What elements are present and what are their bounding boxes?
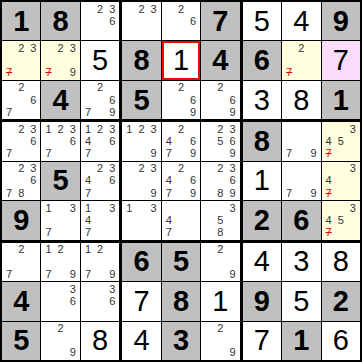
candidate-3: 3: [27, 123, 39, 135]
candidates-grid: 23689: [201, 162, 239, 200]
empty-candidate-slot: [335, 187, 347, 199]
cell-r8c5[interactable]: 8: [162, 282, 200, 320]
cell-r3c9[interactable]: 1: [322, 81, 360, 119]
given-digit: 8: [254, 127, 270, 156]
empty-candidate-slot: [15, 135, 27, 147]
cell-r3c6[interactable]: 269: [201, 81, 239, 119]
cell-r3c3[interactable]: 2679: [81, 81, 119, 119]
cell-r8c4[interactable]: 7: [122, 282, 160, 320]
candidates-grid: 3457: [322, 201, 360, 239]
candidate-7: 7: [3, 106, 15, 118]
candidate-5: 5: [335, 214, 347, 226]
sudoku-box-1: 182362372379526742679: [2, 2, 119, 119]
empty-candidate-slot: [347, 148, 359, 160]
cell-r8c8[interactable]: 5: [282, 282, 320, 320]
empty-candidate-slot: [15, 94, 27, 106]
cell-r7c9[interactable]: 8: [322, 243, 360, 281]
candidate-3: 3: [27, 163, 39, 175]
candidate-9: 9: [307, 187, 319, 199]
empty-candidate-slot: [148, 175, 160, 187]
empty-candidate-slot: [163, 202, 175, 214]
empty-candidate-slot: [123, 148, 135, 160]
empty-candidate-slot: [135, 187, 147, 199]
entered-digit: 3: [293, 247, 309, 276]
empty-candidate-slot: [148, 15, 160, 27]
candidate-3: 3: [106, 283, 118, 295]
cell-r9c1[interactable]: 5: [2, 322, 40, 360]
cell-r2c1[interactable]: 237: [2, 41, 40, 79]
candidate-2: 2: [135, 3, 147, 15]
candidate-4: 4: [82, 175, 94, 187]
cell-r4c8[interactable]: 79: [282, 122, 320, 160]
empty-candidate-slot: [187, 202, 199, 214]
empty-candidate-slot: [67, 335, 79, 347]
candidate-1: 1: [42, 202, 54, 214]
cell-r3c8[interactable]: 8: [282, 81, 320, 119]
candidates-grid: 2379: [41, 41, 79, 79]
given-digit: 9: [13, 206, 29, 235]
candidate-9: 9: [226, 187, 238, 199]
cell-r8c3[interactable]: 36: [81, 282, 119, 320]
empty-candidate-slot: [226, 82, 238, 94]
empty-candidate-slot: [67, 323, 79, 335]
entered-digit: 3: [254, 86, 270, 115]
cell-r8c1[interactable]: 4: [2, 282, 40, 320]
empty-candidate-slot: [27, 244, 39, 256]
empty-candidate-slot: [15, 148, 27, 160]
empty-candidate-slot: [202, 244, 214, 256]
candidate-4: 4: [163, 175, 175, 187]
empty-candidate-slot: [94, 214, 106, 226]
cell-r5c1[interactable]: 23678: [2, 162, 40, 200]
cell-r7c1[interactable]: 27: [2, 243, 40, 281]
cell-r6c8[interactable]: 6: [282, 201, 320, 239]
given-digit: 7: [212, 7, 228, 36]
candidate-2: 2: [135, 163, 147, 175]
empty-candidate-slot: [94, 268, 106, 280]
empty-candidate-slot: [175, 202, 187, 214]
empty-candidate-slot: [123, 163, 135, 175]
cell-r5c6[interactable]: 23689: [201, 162, 239, 200]
cell-r4c9[interactable]: 3457: [322, 122, 360, 160]
empty-candidate-slot: [226, 226, 238, 238]
empty-candidate-slot: [135, 175, 147, 187]
cell-r2c4[interactable]: 8: [122, 41, 160, 79]
cell-r4c7[interactable]: 8: [243, 122, 281, 160]
empty-candidate-slot: [295, 187, 307, 199]
cell-r1c5[interactable]: 26: [162, 2, 200, 40]
cell-r7c4[interactable]: 6: [122, 243, 160, 281]
sudoku-box-4: 2367123671234672367852346791371347: [2, 122, 119, 239]
cell-r9c3[interactable]: 8: [81, 322, 119, 360]
cell-r2c8[interactable]: 27: [282, 41, 320, 79]
empty-candidate-slot: [295, 163, 307, 175]
candidates-grid: 1347: [81, 201, 119, 239]
candidates-grid: 347: [322, 162, 360, 200]
given-digit: 1: [293, 326, 309, 355]
empty-candidate-slot: [347, 175, 359, 187]
cell-r1c9[interactable]: 9: [322, 2, 360, 40]
sudoku-box-7: 2712791279436365298: [2, 243, 119, 360]
candidate-2: 2: [214, 244, 226, 256]
entered-digit: 4: [254, 247, 270, 276]
given-digit: 3: [173, 326, 189, 355]
cell-r2c2[interactable]: 2379: [41, 41, 79, 79]
cell-r5c8[interactable]: 79: [282, 162, 320, 200]
candidate-2: 2: [55, 244, 67, 256]
empty-candidate-slot: [163, 94, 175, 106]
cell-r4c6[interactable]: 23569: [201, 122, 239, 160]
entered-digit: 7: [333, 46, 349, 75]
empty-candidate-slot: [187, 82, 199, 94]
candidates-grid: 36: [81, 282, 119, 320]
candidate-9: 9: [307, 148, 319, 160]
cell-r5c2[interactable]: 5: [41, 162, 79, 200]
empty-candidate-slot: [82, 163, 94, 175]
empty-candidate-slot: [187, 214, 199, 226]
candidate-3: 3: [27, 42, 39, 54]
candidate-9: 9: [226, 106, 238, 118]
cell-r4c1[interactable]: 2367: [2, 122, 40, 160]
empty-candidate-slot: [202, 94, 214, 106]
candidates-grid: 27: [2, 243, 40, 281]
empty-candidate-slot: [335, 202, 347, 214]
empty-candidate-slot: [214, 335, 226, 347]
cell-r2c3[interactable]: 5: [81, 41, 119, 79]
empty-candidate-slot: [214, 347, 226, 359]
empty-candidate-slot: [3, 175, 15, 187]
empty-candidate-slot: [55, 214, 67, 226]
empty-candidate-slot: [295, 135, 307, 147]
empty-candidate-slot: [347, 135, 359, 147]
eliminated-candidate-7: 7: [283, 67, 295, 79]
cell-r3c5[interactable]: 269: [162, 81, 200, 119]
eliminated-candidate-7: 7: [3, 67, 15, 79]
empty-candidate-slot: [15, 55, 27, 67]
empty-candidate-slot: [202, 135, 214, 147]
candidate-3: 3: [67, 202, 79, 214]
empty-candidate-slot: [335, 175, 347, 187]
cell-r5c9[interactable]: 347: [322, 162, 360, 200]
candidate-2: 2: [175, 3, 187, 15]
empty-candidate-slot: [295, 123, 307, 135]
empty-candidate-slot: [42, 214, 54, 226]
cell-r9c9[interactable]: 6: [322, 322, 360, 360]
empty-candidate-slot: [106, 244, 118, 256]
candidate-6: 6: [106, 295, 118, 307]
empty-candidate-slot: [202, 202, 214, 214]
empty-candidate-slot: [163, 3, 175, 15]
cell-r3c4[interactable]: 5: [122, 81, 160, 119]
empty-candidate-slot: [106, 307, 118, 319]
cell-r1c7[interactable]: 5: [243, 2, 281, 40]
candidate-2: 2: [214, 82, 226, 94]
candidate-7: 7: [42, 226, 54, 238]
cell-r6c5[interactable]: 47: [162, 201, 200, 239]
empty-candidate-slot: [42, 283, 54, 295]
candidates-grid: 79: [282, 162, 320, 200]
empty-candidate-slot: [214, 106, 226, 118]
entered-digit: 8: [293, 86, 309, 115]
cell-r2c7[interactable]: 6: [243, 41, 281, 79]
cell-r1c8[interactable]: 4: [282, 2, 320, 40]
candidates-grid: 269: [201, 81, 239, 119]
cell-r8c6[interactable]: 1: [201, 282, 239, 320]
empty-candidate-slot: [42, 347, 54, 359]
candidate-9: 9: [148, 148, 160, 160]
cell-r8c9[interactable]: 2: [322, 282, 360, 320]
empty-candidate-slot: [3, 135, 15, 147]
empty-candidate-slot: [202, 323, 214, 335]
cell-r4c5[interactable]: 24679: [162, 122, 200, 160]
cell-r6c2[interactable]: 137: [41, 201, 79, 239]
cell-r5c5[interactable]: 24679: [162, 162, 200, 200]
empty-candidate-slot: [283, 42, 295, 54]
candidate-6: 6: [106, 94, 118, 106]
cell-r6c7[interactable]: 2: [243, 201, 281, 239]
empty-candidate-slot: [226, 335, 238, 347]
candidate-7: 7: [42, 268, 54, 280]
empty-candidate-slot: [283, 163, 295, 175]
cell-r7c3[interactable]: 1279: [81, 243, 119, 281]
empty-candidate-slot: [202, 187, 214, 199]
empty-candidate-slot: [123, 214, 135, 226]
cell-r6c9[interactable]: 3457: [322, 201, 360, 239]
candidate-6: 6: [187, 175, 199, 187]
cell-r4c2[interactable]: 12367: [41, 122, 79, 160]
candidate-2: 2: [214, 163, 226, 175]
candidate-9: 9: [67, 268, 79, 280]
cell-r5c4[interactable]: 239: [122, 162, 160, 200]
cell-r8c2[interactable]: 36: [41, 282, 79, 320]
candidate-9: 9: [226, 268, 238, 280]
empty-candidate-slot: [335, 226, 347, 238]
candidate-3: 3: [67, 123, 79, 135]
empty-candidate-slot: [187, 27, 199, 39]
empty-candidate-slot: [82, 283, 94, 295]
cell-r7c8[interactable]: 3: [282, 243, 320, 281]
cell-r1c2[interactable]: 8: [41, 2, 79, 40]
candidate-2: 2: [295, 42, 307, 54]
empty-candidate-slot: [106, 256, 118, 268]
candidate-9: 9: [67, 67, 79, 79]
candidate-4: 4: [323, 135, 335, 147]
empty-candidate-slot: [15, 175, 27, 187]
empty-candidate-slot: [67, 307, 79, 319]
entered-digit: 8: [333, 247, 349, 276]
candidates-grid: 1239: [122, 122, 160, 160]
entered-digit: 1: [212, 287, 228, 316]
candidates-grid: 27: [282, 41, 320, 79]
cell-r9c4[interactable]: 4: [122, 322, 160, 360]
empty-candidate-slot: [323, 123, 335, 135]
candidate-7: 7: [82, 187, 94, 199]
given-digit: 5: [173, 247, 189, 276]
cell-r5c7[interactable]: 1: [243, 162, 281, 200]
empty-candidate-slot: [82, 307, 94, 319]
empty-candidate-slot: [94, 106, 106, 118]
candidates-grid: 237: [2, 41, 40, 79]
candidate-7: 7: [283, 148, 295, 160]
given-digit: 1: [333, 86, 349, 115]
candidate-3: 3: [67, 283, 79, 295]
empty-candidate-slot: [175, 94, 187, 106]
cell-r6c4[interactable]: 13: [122, 201, 160, 239]
candidate-5: 5: [335, 135, 347, 147]
candidate-7: 7: [163, 226, 175, 238]
cell-r2c6[interactable]: 4: [201, 41, 239, 79]
empty-candidate-slot: [163, 82, 175, 94]
empty-candidate-slot: [15, 268, 27, 280]
empty-candidate-slot: [347, 226, 359, 238]
empty-candidate-slot: [82, 3, 94, 15]
cell-r7c5[interactable]: 5: [162, 243, 200, 281]
cell-r5c3[interactable]: 23467: [81, 162, 119, 200]
empty-candidate-slot: [202, 335, 214, 347]
cell-r1c6[interactable]: 7: [201, 2, 239, 40]
candidate-6: 6: [106, 15, 118, 27]
candidate-4: 4: [323, 175, 335, 187]
candidate-3: 3: [148, 163, 160, 175]
candidates-grid: 47: [162, 201, 200, 239]
empty-candidate-slot: [202, 226, 214, 238]
cell-r9c8[interactable]: 1: [282, 322, 320, 360]
cell-r9c6[interactable]: 29: [201, 322, 239, 360]
empty-candidate-slot: [55, 135, 67, 147]
given-digit: 9: [333, 7, 349, 36]
cell-r7c6[interactable]: 29: [201, 243, 239, 281]
empty-candidate-slot: [42, 135, 54, 147]
empty-candidate-slot: [295, 148, 307, 160]
candidates-grid: 2367: [2, 122, 40, 160]
entered-digit: 6: [333, 326, 349, 355]
cell-r9c5[interactable]: 3: [162, 322, 200, 360]
cell-r4c3[interactable]: 123467: [81, 122, 119, 160]
candidate-1: 1: [82, 202, 94, 214]
given-digit: 5: [133, 86, 149, 115]
empty-candidate-slot: [295, 67, 307, 79]
empty-candidate-slot: [27, 67, 39, 79]
empty-candidate-slot: [226, 244, 238, 256]
cell-r1c4[interactable]: 23: [122, 2, 160, 40]
candidate-2: 2: [175, 123, 187, 135]
empty-candidate-slot: [3, 163, 15, 175]
empty-candidate-slot: [163, 106, 175, 118]
candidates-grid: 137: [41, 201, 79, 239]
cell-r9c2[interactable]: 29: [41, 322, 79, 360]
entered-digit: 5: [254, 7, 270, 36]
empty-candidate-slot: [202, 175, 214, 187]
empty-candidate-slot: [135, 135, 147, 147]
cell-r2c9[interactable]: 7: [322, 41, 360, 79]
candidate-2: 2: [175, 82, 187, 94]
empty-candidate-slot: [187, 163, 199, 175]
empty-candidate-slot: [347, 214, 359, 226]
empty-candidate-slot: [106, 214, 118, 226]
candidate-6: 6: [226, 135, 238, 147]
empty-candidate-slot: [3, 82, 15, 94]
cell-r1c3[interactable]: 236: [81, 2, 119, 40]
empty-candidate-slot: [175, 214, 187, 226]
empty-candidate-slot: [187, 123, 199, 135]
candidates-grid: 24679: [162, 122, 200, 160]
candidate-2: 2: [94, 244, 106, 256]
empty-candidate-slot: [94, 226, 106, 238]
empty-candidate-slot: [335, 163, 347, 175]
cell-r8c7[interactable]: 9: [243, 282, 281, 320]
empty-candidate-slot: [94, 295, 106, 307]
candidate-7: 7: [163, 148, 175, 160]
cell-r6c1[interactable]: 9: [2, 201, 40, 239]
cell-r4c4[interactable]: 1239: [122, 122, 160, 160]
candidate-6: 6: [187, 94, 199, 106]
empty-candidate-slot: [106, 148, 118, 160]
cell-r1c1[interactable]: 1: [2, 2, 40, 40]
candidate-2: 2: [175, 163, 187, 175]
empty-candidate-slot: [307, 175, 319, 187]
candidate-8: 8: [214, 187, 226, 199]
eliminated-candidate-7: 7: [323, 226, 335, 238]
cell-r9c7[interactable]: 7: [243, 322, 281, 360]
empty-candidate-slot: [163, 163, 175, 175]
sudoku-board: 1823623723795267426792326781452692695496…: [0, 0, 362, 362]
entered-digit: 4: [133, 326, 149, 355]
candidate-3: 3: [148, 202, 160, 214]
candidate-6: 6: [226, 175, 238, 187]
sudoku-box-2: 232678145269269: [122, 2, 239, 119]
cell-r7c2[interactable]: 1279: [41, 243, 79, 281]
candidate-9: 9: [187, 106, 199, 118]
empty-candidate-slot: [3, 55, 15, 67]
empty-candidate-slot: [214, 94, 226, 106]
empty-candidate-slot: [55, 202, 67, 214]
cell-r7c7[interactable]: 4: [243, 243, 281, 281]
empty-candidate-slot: [148, 135, 160, 147]
cell-r2c5[interactable]: 1: [162, 41, 200, 79]
empty-candidate-slot: [94, 94, 106, 106]
empty-candidate-slot: [42, 295, 54, 307]
cell-r6c6[interactable]: 358: [201, 201, 239, 239]
empty-candidate-slot: [15, 67, 27, 79]
empty-candidate-slot: [3, 42, 15, 54]
entered-digit: 4: [293, 7, 309, 36]
candidates-grid: 267: [2, 81, 40, 119]
empty-candidate-slot: [135, 214, 147, 226]
empty-candidate-slot: [123, 27, 135, 39]
cell-r3c2[interactable]: 4: [41, 81, 79, 119]
empty-candidate-slot: [163, 15, 175, 27]
candidates-grid: 13: [122, 201, 160, 239]
candidate-9: 9: [187, 148, 199, 160]
empty-candidate-slot: [27, 148, 39, 160]
empty-candidate-slot: [163, 27, 175, 39]
candidate-7: 7: [283, 187, 295, 199]
cell-r3c1[interactable]: 267: [2, 81, 40, 119]
given-digit: 9: [254, 287, 270, 316]
candidate-9: 9: [148, 187, 160, 199]
candidate-2: 2: [94, 123, 106, 135]
candidate-2: 2: [15, 163, 27, 175]
candidate-7: 7: [163, 187, 175, 199]
cell-r3c7[interactable]: 3: [243, 81, 281, 119]
empty-candidate-slot: [202, 148, 214, 160]
candidate-6: 6: [27, 175, 39, 187]
sudoku-box-9: 438952716: [243, 243, 360, 360]
sudoku-box-6: 8793457179347263457: [243, 122, 360, 239]
empty-candidate-slot: [15, 256, 27, 268]
candidate-9: 9: [106, 268, 118, 280]
cell-r6c3[interactable]: 1347: [81, 201, 119, 239]
